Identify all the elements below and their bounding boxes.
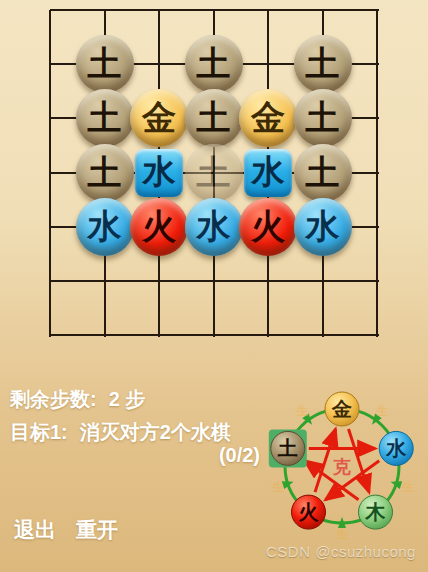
piece-earth[interactable]: 土	[294, 89, 352, 147]
piece-earth[interactable]: 土	[185, 89, 243, 147]
piece-water-enemy[interactable]: 水	[135, 149, 183, 197]
piece-earth[interactable]: 土	[294, 35, 352, 93]
grid-line-vertical	[376, 10, 378, 337]
board-grid[interactable]: 土土土土金土金土土水土水土水火水火水	[0, 0, 428, 375]
grid-line-horizontal	[50, 334, 379, 336]
svg-text:生: 生	[401, 480, 414, 494]
exit-button[interactable]: 退出	[14, 516, 56, 544]
element-node-fire: 火	[292, 495, 326, 529]
piece-fire[interactable]: 火	[130, 198, 188, 256]
piece-earth[interactable]: 土	[76, 89, 134, 147]
grid-line-horizontal	[50, 9, 379, 11]
svg-text:土: 土	[277, 437, 298, 459]
svg-text:水: 水	[385, 437, 407, 459]
element-node-wood: 木	[359, 495, 393, 529]
svg-text:生: 生	[335, 527, 348, 541]
piece-earth-ghost[interactable]: 土	[185, 144, 243, 202]
restart-button[interactable]: 重开	[76, 516, 118, 544]
steps-label: 剩余步数:	[10, 388, 97, 410]
goal-text: 消灭对方2个水棋	[80, 421, 231, 443]
piece-earth[interactable]: 土	[76, 35, 134, 93]
watermark: CSDN @csuzhucong	[266, 543, 416, 560]
goal-label: 目标1:	[10, 421, 68, 443]
piece-earth[interactable]: 土	[185, 35, 243, 93]
piece-earth[interactable]: 土	[76, 144, 134, 202]
piece-metal[interactable]: 金	[239, 89, 297, 147]
svg-text:木: 木	[365, 501, 386, 523]
piece-water[interactable]: 水	[76, 198, 134, 256]
piece-water[interactable]: 水	[294, 198, 352, 256]
steps-line: 剩余步数:2 步	[10, 386, 145, 413]
overcome-center-label: 克	[332, 457, 351, 477]
goal-progress: (0/2)	[0, 444, 260, 467]
piece-earth[interactable]: 土	[294, 144, 352, 202]
grid-line-vertical	[49, 10, 51, 337]
action-bar: 退出 重开	[14, 516, 118, 544]
element-node-metal: 金	[325, 392, 359, 426]
svg-text:生: 生	[271, 480, 284, 494]
piece-fire[interactable]: 火	[239, 198, 297, 256]
svg-text:火: 火	[299, 501, 320, 523]
svg-text:金: 金	[331, 398, 352, 420]
piece-metal[interactable]: 金	[130, 89, 188, 147]
svg-text:生: 生	[295, 404, 308, 418]
piece-water-enemy[interactable]: 水	[244, 149, 292, 197]
steps-value: 2 步	[109, 388, 146, 410]
grid-line-horizontal	[50, 280, 379, 282]
element-node-earth: 土	[269, 429, 307, 467]
svg-text:生: 生	[375, 404, 388, 418]
five-elements-diagram: 生 生 生 生 生 克 金 水 木 火	[262, 386, 428, 556]
piece-water[interactable]: 水	[185, 198, 243, 256]
goal-line: 目标1:消灭对方2个水棋	[10, 419, 231, 446]
element-node-water: 水	[379, 431, 413, 465]
